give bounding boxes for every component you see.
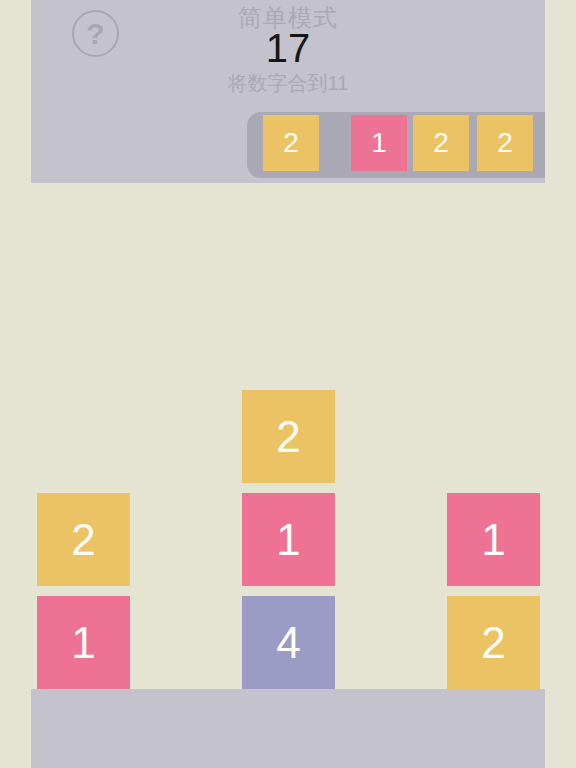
board-tile-pink-1[interactable]: 1 <box>242 493 335 586</box>
board-tile-yellow-2[interactable]: 2 <box>37 493 130 586</box>
board-tile-pink-1[interactable]: 1 <box>37 596 130 689</box>
board-tile-yellow-2[interactable]: 2 <box>242 390 335 483</box>
board-tile-yellow-2[interactable]: 2 <box>447 596 540 689</box>
queue-upcoming-tile: 2 <box>477 115 533 171</box>
queue-current-tile[interactable]: 2 <box>263 115 319 171</box>
queue-upcoming-tile: 1 <box>351 115 407 171</box>
board-tile-pink-1[interactable]: 1 <box>447 493 540 586</box>
queue-upcoming-tile: 2 <box>413 115 469 171</box>
move-counter: 17 <box>31 26 545 71</box>
goal-subtitle: 将数字合到11 <box>31 70 545 97</box>
board-tile-purple-4[interactable]: 4 <box>242 596 335 689</box>
bottom-bar <box>31 689 545 768</box>
game-screen: ? 简单模式 17 将数字合到11 2122 2211142 <box>0 0 576 768</box>
board-grid: 2211142 <box>37 390 540 689</box>
next-tiles-tray: 2122 <box>247 112 545 178</box>
